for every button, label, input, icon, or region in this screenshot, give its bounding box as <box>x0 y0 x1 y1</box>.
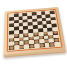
board-playing-area: ●●●●●●●●●●●●●●●●●●●●●●●●●●●●●●●●●●●●●●●● <box>7 9 63 52</box>
product-photo-background: { "game": "international draughts / chec… <box>0 0 67 67</box>
product-photo-scene: ●●●●●●●●●●●●●●●●●●●●●●●●●●●●●●●●●●●●●●●● <box>0 0 67 67</box>
draughts-board: ●●●●●●●●●●●●●●●●●●●●●●●●●●●●●●●●●●●●●●●● <box>3 7 66 55</box>
cell-9-9[interactable] <box>54 42 60 46</box>
board-grid: ●●●●●●●●●●●●●●●●●●●●●●●●●●●●●●●●●●●●●●●● <box>9 11 60 50</box>
